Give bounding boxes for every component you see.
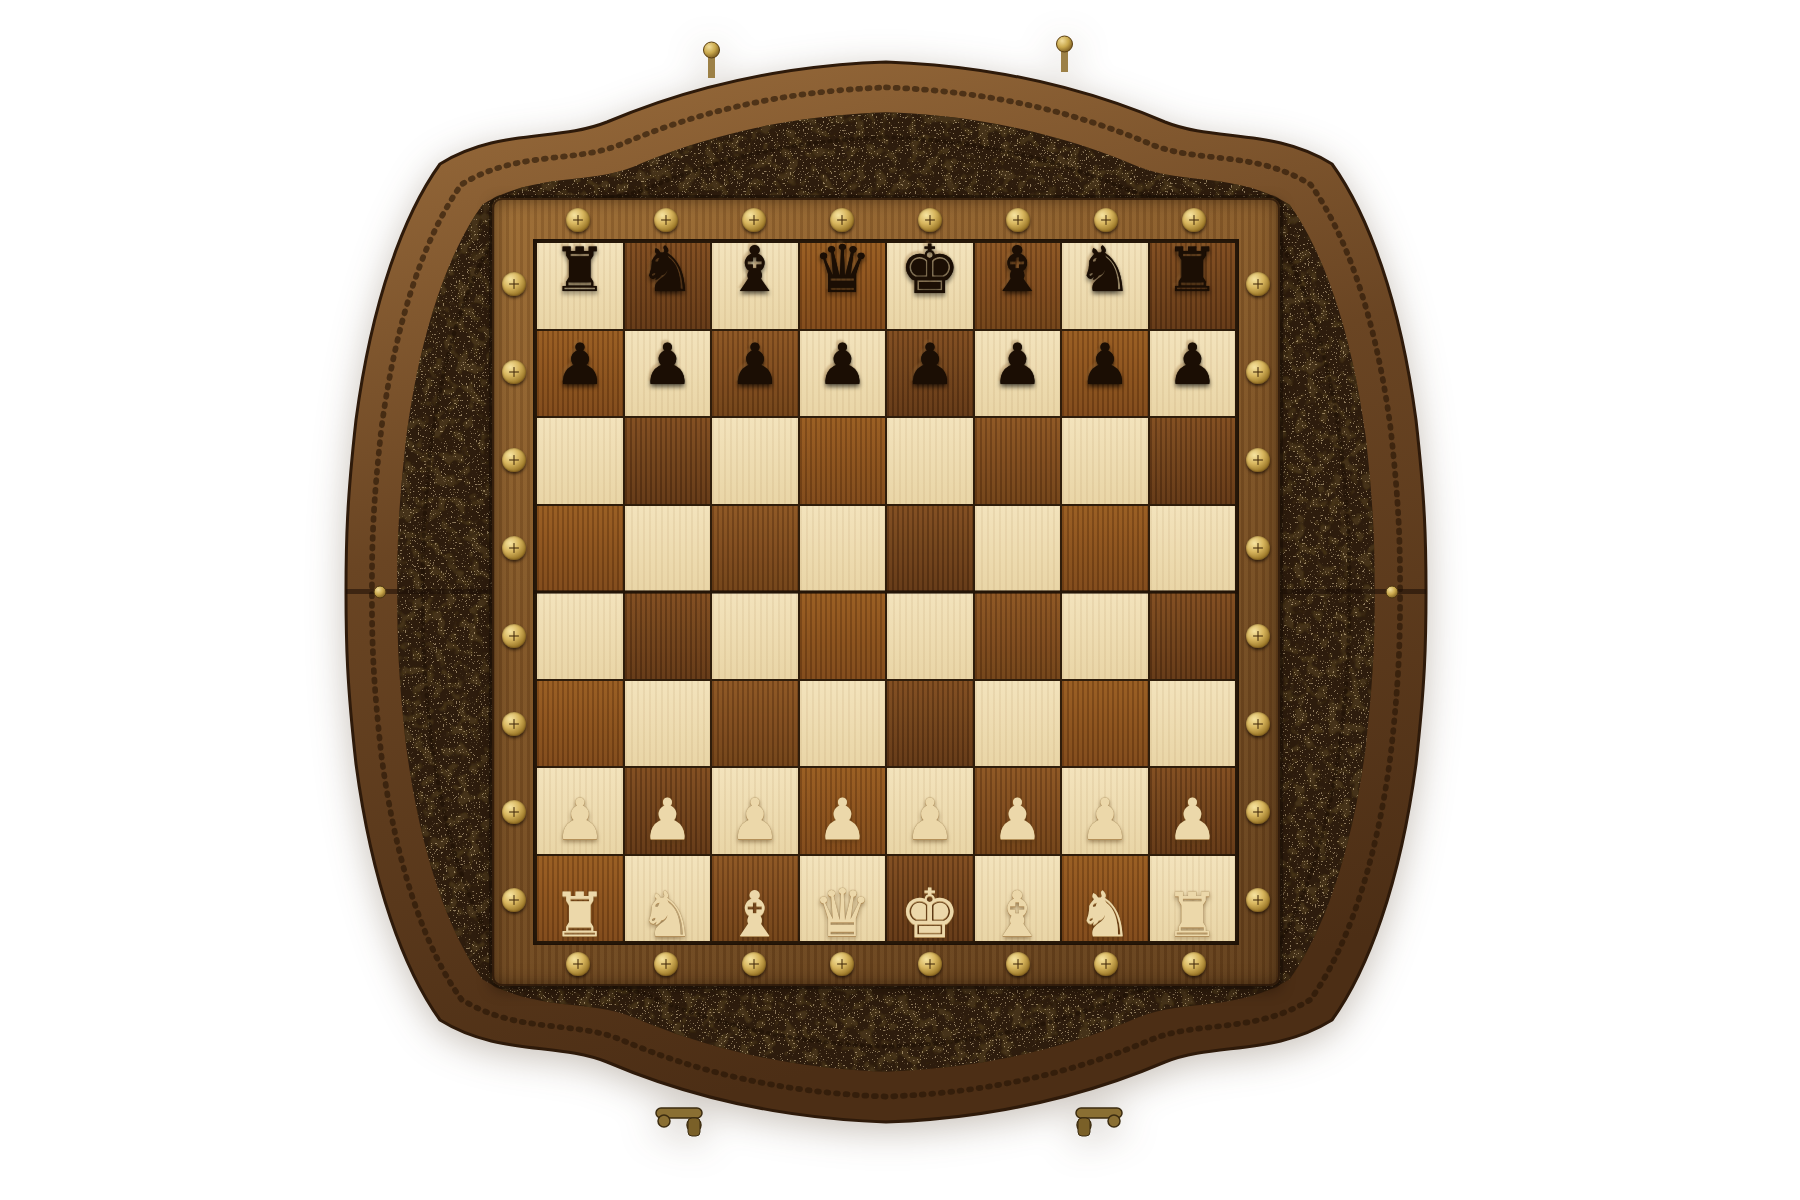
square-a5[interactable] xyxy=(537,506,623,592)
square-g8[interactable]: ♞ xyxy=(1062,243,1148,329)
brass-pin xyxy=(742,208,766,232)
photo-canvas: ♜♞♝♛♚♝♞♜♟♟♟♟♟♟♟♟♟♟♟♟♟♟♟♟♜♞♝♛♚♝♞♜ xyxy=(0,0,1800,1200)
square-g3[interactable] xyxy=(1062,681,1148,767)
piece-white-knight[interactable]: ♞ xyxy=(1077,883,1133,946)
square-e3[interactable] xyxy=(887,681,973,767)
brass-pin xyxy=(742,952,766,976)
piece-white-pawn[interactable]: ♟ xyxy=(1167,791,1218,848)
piece-white-pawn[interactable]: ♟ xyxy=(992,791,1043,848)
brass-pin xyxy=(502,536,526,560)
piece-white-rook[interactable]: ♜ xyxy=(552,884,607,945)
brass-pin xyxy=(502,624,526,648)
square-c3[interactable] xyxy=(712,681,798,767)
seam-screw-left xyxy=(374,586,386,598)
piece-black-rook[interactable]: ♜ xyxy=(1165,239,1220,300)
brass-pin xyxy=(566,952,590,976)
piece-white-queen[interactable]: ♛ xyxy=(813,881,872,947)
square-b8[interactable]: ♞ xyxy=(625,243,711,329)
square-g7[interactable]: ♟ xyxy=(1062,331,1148,417)
brass-pin xyxy=(1246,712,1270,736)
square-f2[interactable]: ♟ xyxy=(975,768,1061,854)
square-a1[interactable]: ♜ xyxy=(537,856,623,942)
square-h7[interactable]: ♟ xyxy=(1150,331,1236,417)
brass-pin xyxy=(918,952,942,976)
brass-pin xyxy=(1182,952,1206,976)
chess-board: ♜♞♝♛♚♝♞♜♟♟♟♟♟♟♟♟♟♟♟♟♟♟♟♟♜♞♝♛♚♝♞♜ xyxy=(534,240,1238,944)
square-c2[interactable]: ♟ xyxy=(712,768,798,854)
brass-pin xyxy=(1006,952,1030,976)
square-e4[interactable] xyxy=(887,593,973,679)
square-f6[interactable] xyxy=(975,418,1061,504)
square-d3[interactable] xyxy=(800,681,886,767)
square-c1[interactable]: ♝ xyxy=(712,856,798,942)
square-b2[interactable]: ♟ xyxy=(625,768,711,854)
piece-white-king[interactable]: ♚ xyxy=(899,880,960,948)
seam-screw-right xyxy=(1386,586,1398,598)
square-b3[interactable] xyxy=(625,681,711,767)
square-h6[interactable] xyxy=(1150,418,1236,504)
brass-pin xyxy=(1246,272,1270,296)
square-g6[interactable] xyxy=(1062,418,1148,504)
brass-pin xyxy=(830,208,854,232)
square-d7[interactable]: ♟ xyxy=(800,331,886,417)
square-c8[interactable]: ♝ xyxy=(712,243,798,329)
square-h2[interactable]: ♟ xyxy=(1150,768,1236,854)
square-c6[interactable] xyxy=(712,418,798,504)
square-a8[interactable]: ♜ xyxy=(537,243,623,329)
brass-pin xyxy=(1006,208,1030,232)
square-g1[interactable]: ♞ xyxy=(1062,856,1148,942)
clasp-right xyxy=(1076,1108,1122,1136)
square-b7[interactable]: ♟ xyxy=(625,331,711,417)
brass-pin xyxy=(654,952,678,976)
square-f1[interactable]: ♝ xyxy=(975,856,1061,942)
piece-white-rook[interactable]: ♜ xyxy=(1165,884,1220,945)
piece-white-bishop[interactable]: ♝ xyxy=(989,883,1045,946)
piece-black-pawn[interactable]: ♟ xyxy=(554,336,605,393)
brass-pin xyxy=(654,208,678,232)
square-d4[interactable] xyxy=(800,593,886,679)
square-a6[interactable] xyxy=(537,418,623,504)
brass-pin xyxy=(1094,208,1118,232)
square-b6[interactable] xyxy=(625,418,711,504)
piece-white-pawn[interactable]: ♟ xyxy=(1079,791,1130,848)
square-d8[interactable]: ♛ xyxy=(800,243,886,329)
square-b5[interactable] xyxy=(625,506,711,592)
piece-white-pawn[interactable]: ♟ xyxy=(729,791,780,848)
brass-pin xyxy=(1246,888,1270,912)
square-f8[interactable]: ♝ xyxy=(975,243,1061,329)
hinge-knob-left xyxy=(704,42,720,78)
piece-black-pawn[interactable]: ♟ xyxy=(1079,336,1130,393)
square-f7[interactable]: ♟ xyxy=(975,331,1061,417)
piece-black-rook[interactable]: ♜ xyxy=(552,239,607,300)
square-f5[interactable] xyxy=(975,506,1061,592)
square-a3[interactable] xyxy=(537,681,623,767)
piece-black-pawn[interactable]: ♟ xyxy=(817,336,868,393)
piece-black-pawn[interactable]: ♟ xyxy=(992,336,1043,393)
square-h3[interactable] xyxy=(1150,681,1236,767)
brass-pin xyxy=(502,360,526,384)
square-d6[interactable] xyxy=(800,418,886,504)
square-g5[interactable] xyxy=(1062,506,1148,592)
square-e2[interactable]: ♟ xyxy=(887,768,973,854)
brass-pin xyxy=(502,888,526,912)
piece-black-pawn[interactable]: ♟ xyxy=(904,336,955,393)
brass-pin xyxy=(1094,952,1118,976)
brass-pin xyxy=(502,448,526,472)
piece-white-bishop[interactable]: ♝ xyxy=(727,883,783,946)
brass-pin xyxy=(1246,624,1270,648)
square-a2[interactable]: ♟ xyxy=(537,768,623,854)
square-e1[interactable]: ♚ xyxy=(887,856,973,942)
square-b1[interactable]: ♞ xyxy=(625,856,711,942)
square-e5[interactable] xyxy=(887,506,973,592)
brass-pin xyxy=(1246,536,1270,560)
square-h4[interactable] xyxy=(1150,593,1236,679)
square-g4[interactable] xyxy=(1062,593,1148,679)
brass-pin xyxy=(1246,800,1270,824)
square-e7[interactable]: ♟ xyxy=(887,331,973,417)
piece-black-bishop[interactable]: ♝ xyxy=(727,238,783,301)
square-h5[interactable] xyxy=(1150,506,1236,592)
square-c4[interactable] xyxy=(712,593,798,679)
piece-white-pawn[interactable]: ♟ xyxy=(904,791,955,848)
brass-pin xyxy=(566,208,590,232)
square-h8[interactable]: ♜ xyxy=(1150,243,1236,329)
piece-black-king[interactable]: ♚ xyxy=(899,236,960,304)
piece-black-knight[interactable]: ♞ xyxy=(639,238,695,301)
square-b4[interactable] xyxy=(625,593,711,679)
square-e8[interactable]: ♚ xyxy=(887,243,973,329)
square-a4[interactable] xyxy=(537,593,623,679)
square-f3[interactable] xyxy=(975,681,1061,767)
piece-white-pawn[interactable]: ♟ xyxy=(642,791,693,848)
square-a7[interactable]: ♟ xyxy=(537,331,623,417)
brass-pin xyxy=(1182,208,1206,232)
square-h1[interactable]: ♜ xyxy=(1150,856,1236,942)
brass-pin xyxy=(1246,360,1270,384)
hinge-knob-right xyxy=(1057,36,1073,72)
brass-pin xyxy=(830,952,854,976)
piece-white-pawn[interactable]: ♟ xyxy=(817,791,868,848)
brass-pin xyxy=(502,272,526,296)
piece-white-knight[interactable]: ♞ xyxy=(639,883,695,946)
square-g2[interactable]: ♟ xyxy=(1062,768,1148,854)
square-d1[interactable]: ♛ xyxy=(800,856,886,942)
brass-pin xyxy=(502,800,526,824)
piece-black-bishop[interactable]: ♝ xyxy=(989,238,1045,301)
piece-white-pawn[interactable]: ♟ xyxy=(554,791,605,848)
piece-black-knight[interactable]: ♞ xyxy=(1077,238,1133,301)
piece-black-queen[interactable]: ♛ xyxy=(813,237,872,303)
square-d2[interactable]: ♟ xyxy=(800,768,886,854)
brass-pin xyxy=(918,208,942,232)
piece-black-pawn[interactable]: ♟ xyxy=(1167,336,1218,393)
square-c7[interactable]: ♟ xyxy=(712,331,798,417)
square-f4[interactable] xyxy=(975,593,1061,679)
piece-black-pawn[interactable]: ♟ xyxy=(729,336,780,393)
square-d5[interactable] xyxy=(800,506,886,592)
clasp-left xyxy=(656,1108,702,1136)
piece-black-pawn[interactable]: ♟ xyxy=(642,336,693,393)
square-c5[interactable] xyxy=(712,506,798,592)
brass-pin xyxy=(1246,448,1270,472)
brass-pin xyxy=(502,712,526,736)
square-e6[interactable] xyxy=(887,418,973,504)
